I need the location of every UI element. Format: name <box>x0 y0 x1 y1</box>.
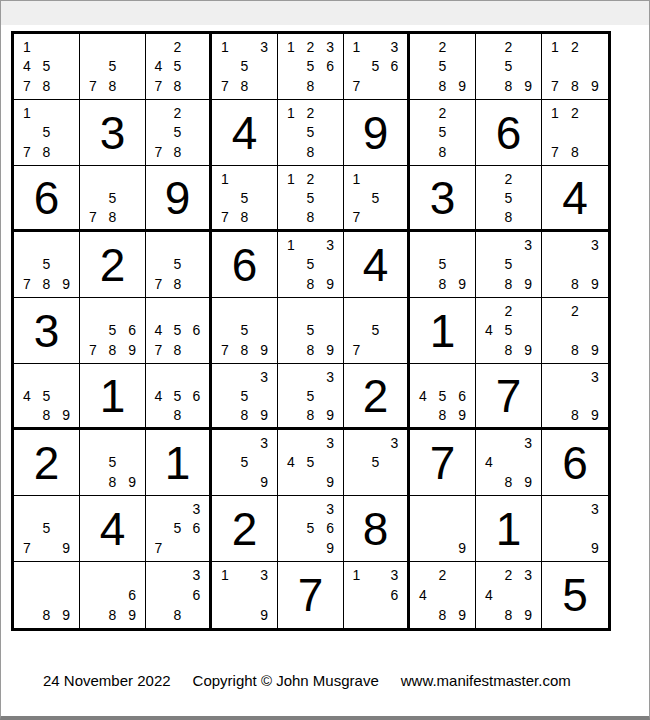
solved-digit: 6 <box>542 430 608 495</box>
pencil-mark-7 <box>149 605 168 625</box>
pencil-mark-1: 1 <box>215 37 235 57</box>
pencil-mark-4 <box>281 386 301 405</box>
pencil-mark-6 <box>56 519 76 539</box>
pencil-mark-4 <box>479 255 499 275</box>
pencil-mark-4 <box>413 519 433 539</box>
cell-r3c3[interactable]: 9 <box>146 166 212 232</box>
pencil-mark-5: 5 <box>301 57 321 77</box>
pencil-mark-9: 9 <box>518 340 538 360</box>
pencil-mark-8 <box>433 538 453 558</box>
cell-r5c3[interactable]: 45678 <box>146 298 212 364</box>
cell-r1c1[interactable]: 14578 <box>14 34 80 100</box>
pencil-mark-6: 6 <box>187 519 206 539</box>
cell-r8c3[interactable]: 3567 <box>146 496 212 562</box>
pencil-marks: 39 <box>542 496 608 561</box>
cell-r6c7[interactable]: 45689 <box>410 364 476 430</box>
cell-r5c2[interactable]: 56789 <box>80 298 146 364</box>
cell-r1c2[interactable]: 578 <box>80 34 146 100</box>
solved-digit: 9 <box>344 100 407 165</box>
pencil-mark-3 <box>122 565 142 585</box>
pencil-mark-6 <box>56 585 76 605</box>
pencil-mark-1 <box>479 301 499 321</box>
cell-r2c2[interactable]: 3 <box>80 100 146 166</box>
cell-r7c8[interactable]: 3489 <box>476 430 542 496</box>
cell-r9c7[interactable]: 2489 <box>410 562 476 628</box>
pencil-mark-2 <box>37 565 57 585</box>
cell-r6c6[interactable]: 2 <box>344 364 410 430</box>
pencil-mark-5: 5 <box>301 321 321 341</box>
cell-r4c5[interactable]: 13589 <box>278 232 344 298</box>
solved-digit: 2 <box>80 232 145 297</box>
pencil-mark-3 <box>518 169 538 188</box>
cell-r4c6[interactable]: 4 <box>344 232 410 298</box>
pencil-mark-2 <box>37 367 57 386</box>
pencil-marks: 368 <box>146 562 209 628</box>
pencil-marks: 13589 <box>278 232 343 297</box>
pencil-mark-4 <box>281 255 301 275</box>
pencil-mark-4: 4 <box>281 453 301 473</box>
pencil-mark-8: 8 <box>433 605 453 625</box>
solved-digit: 7 <box>476 364 541 427</box>
pencil-marks: 258 <box>410 100 475 165</box>
pencil-mark-4 <box>83 188 103 207</box>
pencil-mark-5: 5 <box>235 188 255 207</box>
pencil-mark-1 <box>83 433 103 453</box>
pencil-mark-9 <box>452 142 472 162</box>
cell-r1c4[interactable]: 13578 <box>212 34 278 100</box>
pencil-mark-3 <box>585 37 605 57</box>
pencil-mark-9 <box>320 142 340 162</box>
pencil-mark-3: 3 <box>254 367 274 386</box>
pencil-mark-3 <box>122 37 142 57</box>
pencil-mark-8: 8 <box>433 76 453 96</box>
cell-r8c2[interactable]: 4 <box>80 496 146 562</box>
pencil-mark-9: 9 <box>320 340 340 360</box>
cell-r2c1[interactable]: 1578 <box>14 100 80 166</box>
cell-r8c4[interactable]: 2 <box>212 496 278 562</box>
pencil-mark-5: 5 <box>433 255 453 275</box>
pencil-mark-7 <box>413 405 433 424</box>
pencil-mark-7 <box>545 274 565 294</box>
cell-r1c6[interactable]: 13567 <box>344 34 410 100</box>
pencil-marks: 589 <box>80 430 145 495</box>
pencil-mark-9: 9 <box>122 472 142 492</box>
cell-r6c9[interactable]: 389 <box>542 364 608 430</box>
cell-r7c9[interactable]: 6 <box>542 430 608 496</box>
cell-r3c6[interactable]: 157 <box>344 166 410 232</box>
pencil-mark-9: 9 <box>56 538 76 558</box>
pencil-mark-5: 5 <box>168 386 187 405</box>
pencil-mark-5: 5 <box>168 255 187 275</box>
footer-website: www.manifestmaster.com <box>401 672 571 689</box>
pencil-mark-7 <box>479 76 499 96</box>
cell-r7c1[interactable]: 2 <box>14 430 80 496</box>
pencil-mark-4 <box>347 453 366 473</box>
pencil-mark-2: 2 <box>565 103 585 123</box>
pencil-mark-5: 5 <box>499 255 519 275</box>
cell-r5c8[interactable]: 24589 <box>476 298 542 364</box>
pencil-mark-7 <box>347 472 366 492</box>
cell-r3c8[interactable]: 258 <box>476 166 542 232</box>
pencil-mark-6 <box>56 57 76 77</box>
pencil-mark-1: 1 <box>215 565 235 585</box>
pencil-mark-2 <box>366 565 385 585</box>
pencil-mark-7 <box>281 142 301 162</box>
pencil-marks: 389 <box>542 232 608 297</box>
pencil-mark-3 <box>187 235 206 255</box>
pencil-mark-6 <box>56 255 76 275</box>
pencil-mark-5: 5 <box>301 123 321 143</box>
pencil-mark-9: 9 <box>452 538 472 558</box>
pencil-mark-9: 9 <box>585 538 605 558</box>
cell-r6c8[interactable]: 7 <box>476 364 542 430</box>
pencil-mark-6: 6 <box>187 386 206 405</box>
pencil-marks: 579 <box>14 496 79 561</box>
cell-r6c5[interactable]: 3589 <box>278 364 344 430</box>
pencil-mark-9: 9 <box>320 472 340 492</box>
cell-r2c8[interactable]: 6 <box>476 100 542 166</box>
solved-digit: 5 <box>542 562 608 628</box>
cell-r3c2[interactable]: 578 <box>80 166 146 232</box>
cell-r9c4[interactable]: 139 <box>212 562 278 628</box>
pencil-mark-8 <box>235 605 255 625</box>
pencil-mark-4: 4 <box>479 321 499 341</box>
pencil-mark-3 <box>122 169 142 188</box>
pencil-mark-3: 3 <box>254 565 274 585</box>
pencil-mark-6: 6 <box>320 519 340 539</box>
pencil-mark-8: 8 <box>168 274 187 294</box>
cell-r3c5[interactable]: 1258 <box>278 166 344 232</box>
pencil-mark-6 <box>518 585 538 605</box>
pencil-mark-3: 3 <box>187 499 206 519</box>
pencil-mark-6: 6 <box>187 321 206 341</box>
pencil-mark-2: 2 <box>565 37 585 57</box>
pencil-mark-9: 9 <box>122 340 142 360</box>
pencil-mark-3: 3 <box>254 433 274 453</box>
pencil-mark-8: 8 <box>499 274 519 294</box>
pencil-mark-1 <box>215 301 235 321</box>
pencil-mark-1: 1 <box>347 169 366 188</box>
pencil-mark-7: 7 <box>149 274 168 294</box>
pencil-mark-4 <box>83 321 103 341</box>
pencil-marks: 3589 <box>278 364 343 427</box>
pencil-mark-7 <box>281 538 301 558</box>
cell-r7c2[interactable]: 589 <box>80 430 146 496</box>
cell-r7c6[interactable]: 35 <box>344 430 410 496</box>
pencil-marks: 389 <box>542 364 608 427</box>
pencil-mark-6 <box>320 386 340 405</box>
pencil-mark-5 <box>433 585 453 605</box>
cell-r2c9[interactable]: 1278 <box>542 100 608 166</box>
pencil-mark-5: 5 <box>235 453 255 473</box>
pencil-mark-9: 9 <box>518 472 538 492</box>
pencil-marks: 24578 <box>146 34 209 99</box>
pencil-marks: 1578 <box>212 166 277 229</box>
pencil-mark-2: 2 <box>301 169 321 188</box>
pencil-mark-1: 1 <box>17 37 37 57</box>
cell-r6c4[interactable]: 3589 <box>212 364 278 430</box>
cell-r1c9[interactable]: 12789 <box>542 34 608 100</box>
pencil-mark-7 <box>545 340 565 360</box>
pencil-mark-5 <box>103 585 123 605</box>
pencil-mark-3 <box>56 565 76 585</box>
cell-r8c5[interactable]: 3569 <box>278 496 344 562</box>
pencil-mark-8: 8 <box>433 274 453 294</box>
pencil-marks: 89 <box>14 562 79 628</box>
pencil-mark-8: 8 <box>433 405 453 424</box>
pencil-mark-6 <box>320 123 340 143</box>
pencil-mark-9 <box>187 340 206 360</box>
pencil-mark-7: 7 <box>149 142 168 162</box>
pencil-mark-1 <box>17 367 37 386</box>
cell-r5c9[interactable]: 289 <box>542 298 608 364</box>
pencil-marks: 4589 <box>14 364 79 427</box>
pencil-mark-1 <box>83 169 103 188</box>
cell-r5c1[interactable]: 3 <box>14 298 80 364</box>
solved-digit: 7 <box>410 430 475 495</box>
pencil-mark-8: 8 <box>103 605 123 625</box>
pencil-mark-4 <box>215 386 235 405</box>
pencil-mark-1 <box>413 367 433 386</box>
pencil-mark-3: 3 <box>385 565 404 585</box>
pencil-mark-6 <box>187 255 206 275</box>
cell-r4c1[interactable]: 5789 <box>14 232 80 298</box>
pencil-mark-9: 9 <box>585 274 605 294</box>
pencil-mark-5: 5 <box>499 57 519 77</box>
solved-digit: 3 <box>14 298 79 363</box>
cell-r7c3[interactable]: 1 <box>146 430 212 496</box>
pencil-mark-7 <box>281 405 301 424</box>
pencil-mark-1 <box>479 169 499 188</box>
cell-r9c3[interactable]: 368 <box>146 562 212 628</box>
pencil-mark-9: 9 <box>122 605 142 625</box>
pencil-mark-2 <box>168 235 187 255</box>
cell-r6c1[interactable]: 4589 <box>14 364 80 430</box>
pencil-mark-8: 8 <box>565 274 585 294</box>
pencil-mark-2: 2 <box>499 565 519 585</box>
pencil-mark-8: 8 <box>565 405 585 424</box>
cell-r5c7[interactable]: 1 <box>410 298 476 364</box>
cell-r8c1[interactable]: 579 <box>14 496 80 562</box>
pencil-mark-7 <box>215 405 235 424</box>
cell-r4c7[interactable]: 589 <box>410 232 476 298</box>
pencil-mark-3: 3 <box>320 37 340 57</box>
cell-r7c4[interactable]: 359 <box>212 430 278 496</box>
pencil-mark-6 <box>585 123 605 143</box>
pencil-mark-9: 9 <box>320 274 340 294</box>
pencil-mark-3: 3 <box>585 367 605 386</box>
pencil-mark-4 <box>347 321 366 341</box>
pencil-marks: 1278 <box>542 100 608 165</box>
pencil-mark-2 <box>103 433 123 453</box>
pencil-marks: 9 <box>410 496 475 561</box>
pencil-mark-9 <box>385 76 404 96</box>
cell-r8c8[interactable]: 1 <box>476 496 542 562</box>
cell-r4c8[interactable]: 3589 <box>476 232 542 298</box>
cell-r9c9[interactable]: 5 <box>542 562 608 628</box>
pencil-mark-6: 6 <box>385 57 404 77</box>
pencil-mark-1: 1 <box>215 169 235 188</box>
pencil-mark-2: 2 <box>565 301 585 321</box>
pencil-mark-1 <box>545 235 565 255</box>
cell-r2c4[interactable]: 4 <box>212 100 278 166</box>
pencil-mark-1 <box>479 565 499 585</box>
solved-digit: 1 <box>410 298 475 363</box>
cell-r6c3[interactable]: 4568 <box>146 364 212 430</box>
pencil-mark-6: 6 <box>385 585 404 605</box>
cell-r6c2[interactable]: 1 <box>80 364 146 430</box>
pencil-mark-7 <box>17 605 37 625</box>
solved-digit: 6 <box>14 166 79 229</box>
pencil-mark-5: 5 <box>168 519 187 539</box>
pencil-mark-1 <box>347 301 366 321</box>
pencil-mark-9: 9 <box>452 274 472 294</box>
solved-digit: 1 <box>80 364 145 427</box>
pencil-mark-9: 9 <box>452 605 472 625</box>
cell-r5c6[interactable]: 57 <box>344 298 410 364</box>
pencil-mark-7 <box>281 76 301 96</box>
pencil-marks: 3567 <box>146 496 209 561</box>
pencil-mark-8: 8 <box>433 142 453 162</box>
pencil-mark-4 <box>545 57 565 77</box>
cell-r3c7[interactable]: 3 <box>410 166 476 232</box>
cell-r1c3[interactable]: 24578 <box>146 34 212 100</box>
cell-r7c7[interactable]: 7 <box>410 430 476 496</box>
pencil-mark-4 <box>545 255 565 275</box>
cell-r1c7[interactable]: 2589 <box>410 34 476 100</box>
pencil-mark-3 <box>254 301 274 321</box>
pencil-mark-6 <box>452 255 472 275</box>
pencil-mark-6 <box>122 57 142 77</box>
cell-r8c7[interactable]: 9 <box>410 496 476 562</box>
cell-r9c5[interactable]: 7 <box>278 562 344 628</box>
pencil-mark-8 <box>301 472 321 492</box>
cell-r4c4[interactable]: 6 <box>212 232 278 298</box>
pencil-mark-9 <box>187 142 206 162</box>
pencil-mark-4 <box>545 386 565 405</box>
top-band <box>1 1 649 25</box>
pencil-mark-6 <box>518 453 538 473</box>
footer-copyright: Copyright © John Musgrave <box>193 672 379 689</box>
pencil-mark-9: 9 <box>56 405 76 424</box>
pencil-marks: 2589 <box>476 34 541 99</box>
pencil-mark-6 <box>452 519 472 539</box>
pencil-mark-4 <box>149 255 168 275</box>
pencil-mark-6: 6 <box>452 386 472 405</box>
pencil-mark-1 <box>149 103 168 123</box>
pencil-marks: 3459 <box>278 430 343 495</box>
pencil-mark-2 <box>366 37 385 57</box>
pencil-mark-3 <box>320 103 340 123</box>
pencil-marks: 157 <box>344 166 407 229</box>
cell-r2c7[interactable]: 258 <box>410 100 476 166</box>
pencil-mark-5: 5 <box>168 57 187 77</box>
pencil-mark-8: 8 <box>301 207 321 226</box>
solved-digit: 6 <box>476 100 541 165</box>
pencil-mark-7: 7 <box>17 76 37 96</box>
pencil-mark-1 <box>17 235 37 255</box>
pencil-mark-5: 5 <box>103 188 123 207</box>
pencil-mark-2 <box>499 235 519 255</box>
cell-r9c8[interactable]: 23489 <box>476 562 542 628</box>
pencil-mark-8: 8 <box>103 340 123 360</box>
pencil-mark-5: 5 <box>433 386 453 405</box>
cell-r7c5[interactable]: 3459 <box>278 430 344 496</box>
cell-r9c1[interactable]: 89 <box>14 562 80 628</box>
cell-r9c6[interactable]: 136 <box>344 562 410 628</box>
pencil-mark-3: 3 <box>585 499 605 519</box>
pencil-mark-4 <box>149 585 168 605</box>
pencil-mark-9: 9 <box>452 76 472 96</box>
pencil-mark-7 <box>413 142 433 162</box>
pencil-mark-9 <box>385 340 404 360</box>
cell-r3c9[interactable]: 4 <box>542 166 608 232</box>
pencil-mark-7: 7 <box>149 76 168 96</box>
cell-r2c5[interactable]: 1258 <box>278 100 344 166</box>
pencil-mark-1 <box>413 103 433 123</box>
cell-r8c6[interactable]: 8 <box>344 496 410 562</box>
cell-r8c9[interactable]: 39 <box>542 496 608 562</box>
pencil-mark-6 <box>385 321 404 341</box>
pencil-mark-9 <box>122 207 142 226</box>
pencil-marks: 12789 <box>542 34 608 99</box>
cell-r2c3[interactable]: 2578 <box>146 100 212 166</box>
pencil-mark-4 <box>347 188 366 207</box>
pencil-mark-9 <box>187 274 206 294</box>
pencil-mark-3: 3 <box>385 37 404 57</box>
cell-r1c5[interactable]: 123568 <box>278 34 344 100</box>
pencil-mark-1 <box>479 235 499 255</box>
pencil-mark-4 <box>149 519 168 539</box>
pencil-mark-9 <box>585 142 605 162</box>
cell-r3c1[interactable]: 6 <box>14 166 80 232</box>
pencil-mark-1 <box>149 565 168 585</box>
pencil-mark-3 <box>452 37 472 57</box>
cell-r2c6[interactable]: 9 <box>344 100 410 166</box>
pencil-mark-3 <box>56 235 76 255</box>
pencil-mark-7 <box>281 274 301 294</box>
pencil-mark-7 <box>17 405 37 424</box>
cell-r4c2[interactable]: 2 <box>80 232 146 298</box>
pencil-mark-5: 5 <box>103 321 123 341</box>
pencil-mark-5: 5 <box>301 519 321 539</box>
cell-r5c5[interactable]: 589 <box>278 298 344 364</box>
solved-digit: 1 <box>476 496 541 561</box>
pencil-mark-6 <box>518 321 538 341</box>
cell-r9c2[interactable]: 689 <box>80 562 146 628</box>
cell-r1c8[interactable]: 2589 <box>476 34 542 100</box>
pencil-mark-5: 5 <box>366 321 385 341</box>
pencil-mark-9 <box>56 142 76 162</box>
pencil-mark-7 <box>281 472 301 492</box>
cell-r4c9[interactable]: 389 <box>542 232 608 298</box>
cell-r5c4[interactable]: 5789 <box>212 298 278 364</box>
pencil-mark-4 <box>215 57 235 77</box>
pencil-mark-3 <box>187 301 206 321</box>
solved-digit: 7 <box>278 562 343 628</box>
pencil-mark-7 <box>479 340 499 360</box>
pencil-mark-9 <box>254 207 274 226</box>
pencil-mark-4 <box>347 57 366 77</box>
pencil-marks: 4568 <box>146 364 209 427</box>
pencil-mark-5: 5 <box>301 453 321 473</box>
pencil-mark-5: 5 <box>103 453 123 473</box>
cell-r3c4[interactable]: 1578 <box>212 166 278 232</box>
pencil-mark-2: 2 <box>433 103 453 123</box>
pencil-mark-7: 7 <box>17 142 37 162</box>
cell-r4c3[interactable]: 578 <box>146 232 212 298</box>
pencil-mark-5: 5 <box>235 386 255 405</box>
